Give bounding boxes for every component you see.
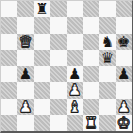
square-h2[interactable]: ♟ [116,99,132,115]
square-h7[interactable] [116,17,132,33]
square-f1[interactable]: ♜ [83,115,99,131]
square-h3[interactable] [116,82,132,98]
square-h8[interactable] [116,1,132,17]
piece-black-pawn: ♟ [17,66,33,82]
square-d4[interactable] [50,66,66,82]
square-b7[interactable] [17,17,33,33]
piece-white-pawn: ♟ [67,82,83,98]
square-e7[interactable] [67,17,83,33]
square-h4[interactable]: ♟ [116,66,132,82]
square-h1[interactable]: ♚ [116,115,132,131]
square-a7[interactable] [1,17,17,33]
square-h6[interactable]: ♚ [116,34,132,50]
square-b8[interactable] [17,1,33,17]
square-a2[interactable] [1,99,17,115]
square-c4[interactable] [34,66,50,82]
square-g8[interactable] [99,1,115,17]
square-g1[interactable] [99,115,115,131]
square-e2[interactable]: ♝ [67,99,83,115]
square-c5[interactable] [34,50,50,66]
square-d1[interactable] [50,115,66,131]
square-d7[interactable] [50,17,66,33]
square-c8[interactable]: ♜ [34,1,50,17]
square-b6[interactable]: ♛ [17,34,33,50]
chess-board: ♜♛♞♚♛♟♟♟♟♟♝♟♜♚ [0,0,133,133]
square-a6[interactable] [1,34,17,50]
piece-white-rook: ♜ [83,115,99,131]
square-d8[interactable] [50,1,66,17]
piece-black-knight: ♞ [99,34,115,50]
square-g7[interactable] [99,17,115,33]
piece-black-queen: ♛ [99,50,115,66]
square-d2[interactable] [50,99,66,115]
piece-white-pawn: ♟ [116,99,132,115]
square-d5[interactable] [50,50,66,66]
square-f6[interactable] [83,34,99,50]
square-e8[interactable] [67,1,83,17]
square-f4[interactable] [83,66,99,82]
square-c1[interactable] [34,115,50,131]
square-g2[interactable] [99,99,115,115]
square-f2[interactable] [83,99,99,115]
square-e1[interactable] [67,115,83,131]
piece-black-pawn: ♟ [116,66,132,82]
square-a8[interactable] [1,1,17,17]
square-d6[interactable] [50,34,66,50]
square-c7[interactable] [34,17,50,33]
piece-white-pawn: ♟ [17,99,33,115]
square-a1[interactable] [1,115,17,131]
square-g3[interactable] [99,82,115,98]
square-c3[interactable] [34,82,50,98]
square-g4[interactable] [99,66,115,82]
square-h5[interactable] [116,50,132,66]
square-f5[interactable] [83,50,99,66]
square-f7[interactable] [83,17,99,33]
square-b4[interactable]: ♟ [17,66,33,82]
piece-white-king: ♚ [116,115,132,131]
square-a3[interactable] [1,82,17,98]
square-a5[interactable] [1,50,17,66]
square-c6[interactable] [34,34,50,50]
square-e6[interactable] [67,34,83,50]
piece-black-king: ♚ [116,34,132,50]
square-f8[interactable] [83,1,99,17]
piece-black-rook: ♜ [34,1,50,17]
square-f3[interactable] [83,82,99,98]
piece-white-bishop: ♝ [67,99,83,115]
square-c2[interactable] [34,99,50,115]
square-e5[interactable] [67,50,83,66]
square-d3[interactable] [50,82,66,98]
square-e3[interactable]: ♟ [67,82,83,98]
square-b3[interactable] [17,82,33,98]
square-g5[interactable]: ♛ [99,50,115,66]
square-e4[interactable]: ♟ [67,66,83,82]
piece-white-queen: ♛ [17,34,33,50]
square-b2[interactable]: ♟ [17,99,33,115]
square-b5[interactable] [17,50,33,66]
square-b1[interactable] [17,115,33,131]
piece-black-pawn: ♟ [67,66,83,82]
square-a4[interactable] [1,66,17,82]
square-g6[interactable]: ♞ [99,34,115,50]
